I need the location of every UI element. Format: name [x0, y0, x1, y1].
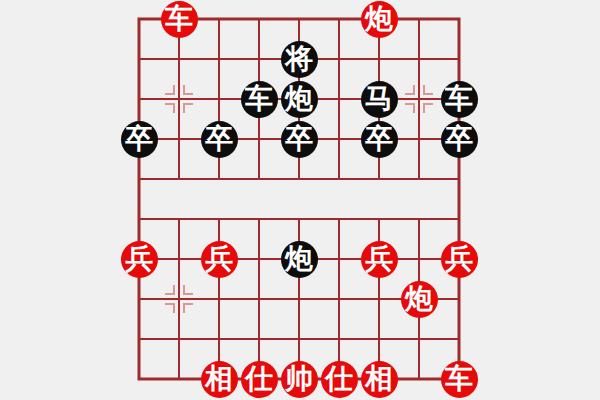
piece-black-pawn[interactable]: 卒 [441, 121, 478, 158]
piece-black-chariot[interactable]: 车 [441, 81, 478, 118]
piece-red-pawn[interactable]: 兵 [201, 241, 238, 278]
piece-red-pawn[interactable]: 兵 [361, 241, 398, 278]
app-background: { "game": "xiangqi", "board": { "files":… [0, 0, 600, 400]
piece-black-pawn[interactable]: 卒 [281, 121, 318, 158]
piece-black-horse[interactable]: 马 [361, 81, 398, 118]
piece-red-pawn[interactable]: 兵 [441, 241, 478, 278]
piece-black-cannon[interactable]: 炮 [281, 81, 318, 118]
piece-black-cannon[interactable]: 炮 [281, 241, 318, 278]
pieces-layer: 车炮将车炮马车卒卒卒卒卒兵兵炮兵兵炮相仕帅仕相车 [0, 0, 600, 400]
piece-red-general[interactable]: 帅 [281, 361, 318, 398]
piece-red-chariot[interactable]: 车 [161, 1, 198, 38]
piece-black-chariot[interactable]: 车 [241, 81, 278, 118]
xiangqi-board: 车炮将车炮马车卒卒卒卒卒兵兵炮兵兵炮相仕帅仕相车 [0, 0, 600, 400]
piece-red-chariot[interactable]: 车 [441, 361, 478, 398]
piece-red-cannon[interactable]: 炮 [401, 281, 438, 318]
piece-red-elephant[interactable]: 相 [361, 361, 398, 398]
piece-black-general[interactable]: 将 [281, 41, 318, 78]
piece-red-advisor[interactable]: 仕 [321, 361, 358, 398]
piece-red-elephant[interactable]: 相 [201, 361, 238, 398]
piece-red-cannon[interactable]: 炮 [361, 1, 398, 38]
piece-red-pawn[interactable]: 兵 [121, 241, 158, 278]
piece-red-advisor[interactable]: 仕 [241, 361, 278, 398]
piece-black-pawn[interactable]: 卒 [201, 121, 238, 158]
piece-black-pawn[interactable]: 卒 [361, 121, 398, 158]
piece-black-pawn[interactable]: 卒 [121, 121, 158, 158]
